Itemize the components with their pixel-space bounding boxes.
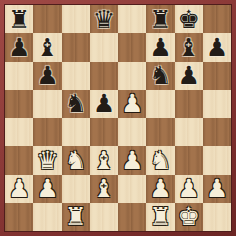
piece-black-pawn[interactable]: ♟ [93, 91, 115, 116]
square-e3[interactable]: ♟ [118, 146, 146, 174]
square-g2[interactable]: ♟ [175, 175, 203, 203]
square-f6[interactable]: ♞ [146, 62, 174, 90]
piece-black-pawn[interactable]: ♟ [206, 35, 228, 60]
piece-white-bishop[interactable]: ♝ [93, 176, 115, 201]
square-f2[interactable]: ♟ [146, 175, 174, 203]
square-e2[interactable] [118, 175, 146, 203]
piece-white-queen[interactable]: ♛ [36, 148, 58, 173]
square-d3[interactable]: ♝ [90, 146, 118, 174]
piece-black-bishop[interactable]: ♝ [177, 35, 199, 60]
square-a3[interactable] [5, 146, 33, 174]
square-b1[interactable] [33, 203, 61, 231]
square-a8[interactable]: ♜ [5, 5, 33, 33]
square-b5[interactable] [33, 90, 61, 118]
square-g4[interactable] [175, 118, 203, 146]
square-c8[interactable] [62, 5, 90, 33]
square-d4[interactable] [90, 118, 118, 146]
piece-black-rook[interactable]: ♜ [8, 7, 30, 32]
square-f1[interactable]: ♜ [146, 203, 174, 231]
square-f3[interactable]: ♞ [146, 146, 174, 174]
piece-black-king[interactable]: ♚ [177, 7, 199, 32]
square-f5[interactable] [146, 90, 174, 118]
square-a1[interactable] [5, 203, 33, 231]
square-b4[interactable] [33, 118, 61, 146]
piece-white-pawn[interactable]: ♟ [121, 148, 143, 173]
square-f7[interactable]: ♟ [146, 33, 174, 61]
square-d2[interactable]: ♝ [90, 175, 118, 203]
piece-white-rook[interactable]: ♜ [149, 204, 171, 229]
piece-black-pawn[interactable]: ♟ [36, 63, 58, 88]
piece-white-knight[interactable]: ♞ [149, 148, 171, 173]
square-b8[interactable] [33, 5, 61, 33]
piece-white-pawn[interactable]: ♟ [206, 176, 228, 201]
square-e8[interactable] [118, 5, 146, 33]
piece-white-knight[interactable]: ♞ [64, 148, 86, 173]
chess-board: ♜♛♜♚♟♝♟♝♟♟♞♟♞♟♟♛♞♝♟♞♟♟♝♟♟♟♜♜♚ [5, 5, 231, 231]
piece-black-bishop[interactable]: ♝ [36, 35, 58, 60]
square-h3[interactable] [203, 146, 231, 174]
square-d8[interactable]: ♛ [90, 5, 118, 33]
square-c7[interactable] [62, 33, 90, 61]
square-b2[interactable]: ♟ [33, 175, 61, 203]
square-b7[interactable]: ♝ [33, 33, 61, 61]
square-g5[interactable] [175, 90, 203, 118]
square-c5[interactable]: ♞ [62, 90, 90, 118]
square-f8[interactable]: ♜ [146, 5, 174, 33]
square-h1[interactable] [203, 203, 231, 231]
piece-white-king[interactable]: ♚ [177, 204, 199, 229]
piece-white-rook[interactable]: ♜ [64, 204, 86, 229]
piece-white-pawn[interactable]: ♟ [8, 176, 30, 201]
piece-black-queen[interactable]: ♛ [93, 7, 115, 32]
square-c4[interactable] [62, 118, 90, 146]
piece-black-pawn[interactable]: ♟ [8, 35, 30, 60]
square-a6[interactable] [5, 62, 33, 90]
square-d7[interactable] [90, 33, 118, 61]
piece-black-rook[interactable]: ♜ [149, 7, 171, 32]
square-h8[interactable] [203, 5, 231, 33]
piece-white-pawn[interactable]: ♟ [177, 176, 199, 201]
piece-white-pawn[interactable]: ♟ [149, 176, 171, 201]
piece-black-pawn[interactable]: ♟ [177, 63, 199, 88]
square-h4[interactable] [203, 118, 231, 146]
square-b6[interactable]: ♟ [33, 62, 61, 90]
piece-black-knight[interactable]: ♞ [149, 63, 171, 88]
square-f4[interactable] [146, 118, 174, 146]
square-e7[interactable] [118, 33, 146, 61]
square-e5[interactable]: ♟ [118, 90, 146, 118]
square-g1[interactable]: ♚ [175, 203, 203, 231]
square-e4[interactable] [118, 118, 146, 146]
square-a4[interactable] [5, 118, 33, 146]
square-a2[interactable]: ♟ [5, 175, 33, 203]
square-a7[interactable]: ♟ [5, 33, 33, 61]
square-g3[interactable] [175, 146, 203, 174]
square-h5[interactable] [203, 90, 231, 118]
square-a5[interactable] [5, 90, 33, 118]
square-h6[interactable] [203, 62, 231, 90]
square-h7[interactable]: ♟ [203, 33, 231, 61]
piece-black-knight[interactable]: ♞ [64, 91, 86, 116]
square-d5[interactable]: ♟ [90, 90, 118, 118]
square-g6[interactable]: ♟ [175, 62, 203, 90]
square-g7[interactable]: ♝ [175, 33, 203, 61]
square-g8[interactable]: ♚ [175, 5, 203, 33]
square-d6[interactable] [90, 62, 118, 90]
square-b3[interactable]: ♛ [33, 146, 61, 174]
square-c6[interactable] [62, 62, 90, 90]
piece-white-pawn[interactable]: ♟ [121, 91, 143, 116]
square-c1[interactable]: ♜ [62, 203, 90, 231]
square-e6[interactable] [118, 62, 146, 90]
square-e1[interactable] [118, 203, 146, 231]
square-c2[interactable] [62, 175, 90, 203]
piece-white-pawn[interactable]: ♟ [36, 176, 58, 201]
square-c3[interactable]: ♞ [62, 146, 90, 174]
piece-white-bishop[interactable]: ♝ [93, 148, 115, 173]
square-h2[interactable]: ♟ [203, 175, 231, 203]
square-d1[interactable] [90, 203, 118, 231]
board-frame: ♜♛♜♚♟♝♟♝♟♟♞♟♞♟♟♛♞♝♟♞♟♟♝♟♟♟♜♜♚ [0, 0, 236, 236]
piece-black-pawn[interactable]: ♟ [149, 35, 171, 60]
